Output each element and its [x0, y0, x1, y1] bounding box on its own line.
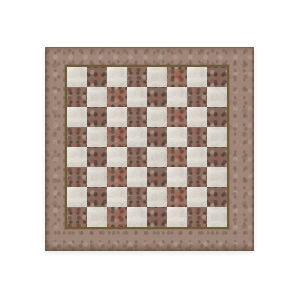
- square-e1: [147, 207, 167, 227]
- square-b6: [87, 107, 107, 127]
- square-d5: [127, 127, 147, 147]
- square-h3: [207, 167, 227, 187]
- square-g8: [187, 67, 207, 87]
- square-g5: [187, 127, 207, 147]
- photo-background: [0, 0, 300, 300]
- square-b1: [87, 207, 107, 227]
- square-h6: [207, 107, 227, 127]
- square-f5: [167, 127, 187, 147]
- square-c7: [107, 87, 127, 107]
- square-e5: [147, 127, 167, 147]
- square-f2: [167, 187, 187, 207]
- square-e4: [147, 147, 167, 167]
- square-e2: [147, 187, 167, 207]
- square-d1: [127, 207, 147, 227]
- square-d4: [127, 147, 147, 167]
- square-h7: [207, 87, 227, 107]
- square-b4: [87, 147, 107, 167]
- square-d3: [127, 167, 147, 187]
- square-d2: [127, 187, 147, 207]
- square-c4: [107, 147, 127, 167]
- square-a8: [67, 67, 87, 87]
- square-f3: [167, 167, 187, 187]
- square-c8: [107, 67, 127, 87]
- square-h2: [207, 187, 227, 207]
- square-b5: [87, 127, 107, 147]
- square-a1: [67, 207, 87, 227]
- square-e3: [147, 167, 167, 187]
- square-a6: [67, 107, 87, 127]
- square-e6: [147, 107, 167, 127]
- square-f6: [167, 107, 187, 127]
- square-g3: [187, 167, 207, 187]
- square-c1: [107, 207, 127, 227]
- square-h5: [207, 127, 227, 147]
- square-c2: [107, 187, 127, 207]
- square-d6: [127, 107, 147, 127]
- square-a4: [67, 147, 87, 167]
- square-d7: [127, 87, 147, 107]
- square-c5: [107, 127, 127, 147]
- chess-board: [45, 47, 254, 251]
- square-f8: [167, 67, 187, 87]
- square-g4: [187, 147, 207, 167]
- square-a3: [67, 167, 87, 187]
- square-f4: [167, 147, 187, 167]
- square-a2: [67, 187, 87, 207]
- brass-trim: [65, 65, 229, 229]
- square-b3: [87, 167, 107, 187]
- square-a5: [67, 127, 87, 147]
- square-h8: [207, 67, 227, 87]
- square-c3: [107, 167, 127, 187]
- square-b2: [87, 187, 107, 207]
- square-b7: [87, 87, 107, 107]
- square-e7: [147, 87, 167, 107]
- square-g1: [187, 207, 207, 227]
- square-h4: [207, 147, 227, 167]
- square-b8: [87, 67, 107, 87]
- square-f1: [167, 207, 187, 227]
- board-grid: [67, 67, 227, 227]
- square-g2: [187, 187, 207, 207]
- square-g7: [187, 87, 207, 107]
- square-d8: [127, 67, 147, 87]
- square-f7: [167, 87, 187, 107]
- square-h1: [207, 207, 227, 227]
- square-e8: [147, 67, 167, 87]
- square-a7: [67, 87, 87, 107]
- square-g6: [187, 107, 207, 127]
- square-c6: [107, 107, 127, 127]
